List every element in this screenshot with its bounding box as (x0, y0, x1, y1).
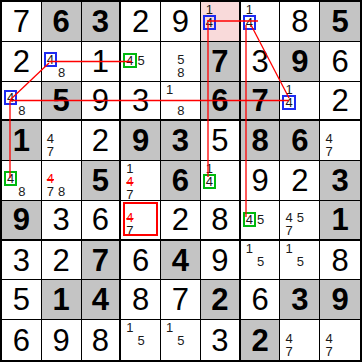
given-digit: 4 (92, 284, 109, 315)
solved-digit: 2 (53, 245, 70, 276)
candidate-1: 1 (164, 321, 175, 334)
given-digit: 3 (291, 284, 308, 315)
candidate-5: 5 (136, 54, 147, 67)
candidate-8: 8 (16, 104, 27, 117)
candidate-grid: 15 (164, 321, 198, 358)
candidate-grid: 45 (244, 202, 278, 237)
candidate-4-boxed-blue: 4 (45, 53, 56, 66)
cell-r8c8[interactable]: 3 (280, 280, 320, 320)
given-digit: 1 (331, 204, 348, 235)
candidate-grid: 15 (124, 321, 158, 358)
given-digit: 8 (251, 125, 268, 156)
solved-digit: 3 (53, 204, 70, 235)
candidate-7: 7 (45, 145, 56, 158)
given-digit: 7 (251, 85, 268, 116)
cell-r1c6[interactable]: 14 (201, 2, 241, 42)
solved-digit: 5 (211, 125, 228, 156)
given-digit: 1 (13, 125, 30, 156)
cell-r8c9[interactable]: 9 (320, 280, 360, 320)
candidate-grid: 15 (283, 242, 317, 278)
cell-r4c4[interactable]: 9 (121, 121, 161, 161)
given-digit: 9 (13, 204, 30, 235)
cell-r1c2[interactable]: 6 (42, 2, 82, 42)
cell-r1c8[interactable]: 8 (280, 2, 320, 42)
solved-digit: 1 (92, 46, 109, 77)
solved-digit: 6 (251, 284, 268, 315)
cell-r9c1[interactable]: 6 (2, 320, 42, 360)
cell-r3c8[interactable]: 14 (280, 82, 320, 122)
cell-r4c1[interactable]: 1 (2, 121, 42, 161)
candidate-grid: 478 (45, 162, 79, 198)
candidate-grid: 47 (45, 122, 79, 158)
candidate-5: 5 (295, 255, 306, 268)
candidate-grid: 14 (204, 3, 237, 39)
candidate-4-boxed-blue: 4 (244, 16, 255, 29)
cell-r2c3[interactable]: 1 (82, 42, 122, 82)
cell-r3c1[interactable]: 48 (2, 82, 42, 122)
given-digit: 2 (251, 325, 268, 356)
cell-r5c1[interactable]: 48 (2, 161, 42, 201)
cell-r2c4[interactable]: 45 (121, 42, 161, 82)
candidate-grid: 47 (124, 202, 158, 237)
candidate-8: 8 (56, 66, 67, 79)
solved-digit: 7 (13, 6, 30, 37)
cell-r4c9[interactable]: 47 (320, 121, 360, 161)
candidate-5: 5 (255, 213, 266, 226)
solved-digit: 2 (13, 46, 30, 77)
cell-r3c4[interactable]: 3 (121, 82, 161, 122)
cell-r8c4[interactable]: 8 (121, 280, 161, 320)
cell-r5c5[interactable]: 6 (161, 161, 201, 201)
candidate-8: 8 (175, 66, 186, 79)
cell-r9c8[interactable]: 47 (280, 320, 320, 360)
cell-r7c9[interactable]: 8 (320, 241, 360, 281)
solved-digit: 9 (251, 165, 268, 196)
candidate-grid: 45 (124, 43, 158, 79)
cell-r3c3[interactable]: 9 (82, 82, 122, 122)
solved-digit: 7 (172, 284, 189, 315)
candidate-grid: 15 (244, 242, 278, 278)
cell-r4c7[interactable]: 8 (241, 121, 281, 161)
cell-r5c8[interactable]: 2 (280, 161, 320, 201)
given-digit: 9 (291, 46, 308, 77)
given-digit: 3 (331, 165, 348, 196)
solved-digit: 9 (92, 85, 109, 116)
candidate-7: 7 (124, 224, 135, 237)
candidate-grid: 47 (283, 321, 317, 358)
cell-r7c3[interactable]: 7 (82, 241, 122, 281)
given-digit: 4 (172, 245, 189, 276)
cell-r6c8[interactable]: 457 (280, 201, 320, 241)
candidate-1: 1 (244, 242, 255, 255)
given-digit: 1 (53, 284, 70, 315)
given-digit: 2 (211, 284, 228, 315)
sudoku-app: 7632914148524814558739648593186714214729… (0, 0, 362, 362)
cell-r9c6[interactable]: 3 (201, 320, 241, 360)
given-digit: 6 (211, 85, 228, 116)
cell-r5c9[interactable]: 3 (320, 161, 360, 201)
cell-r2c2[interactable]: 48 (42, 42, 82, 82)
candidate-grid: 14 (204, 162, 237, 198)
cell-r1c1[interactable]: 7 (2, 2, 42, 42)
cell-r5c6[interactable]: 14 (201, 161, 241, 201)
candidate-grid: 58 (164, 43, 198, 79)
solved-digit: 6 (132, 245, 149, 276)
solved-digit: 5 (13, 284, 30, 315)
candidate-4-boxed-green: 4 (244, 213, 255, 226)
candidate-grid: 147 (124, 162, 158, 198)
solved-digit: 6 (13, 325, 30, 356)
cell-r8c7[interactable]: 6 (241, 280, 281, 320)
candidate-7: 7 (323, 145, 335, 158)
cell-r7c1[interactable]: 3 (2, 241, 42, 281)
candidate-7: 7 (323, 345, 335, 358)
candidate-1: 1 (164, 83, 175, 96)
cell-r6c3[interactable]: 6 (82, 201, 122, 241)
solved-digit: 8 (92, 325, 109, 356)
candidate-7: 7 (124, 188, 135, 201)
solved-digit: 6 (92, 204, 109, 235)
candidate-grid: 457 (283, 202, 317, 237)
cell-r1c3[interactable]: 3 (82, 2, 122, 42)
cell-r1c5[interactable]: 9 (161, 2, 201, 42)
candidate-1: 1 (283, 83, 294, 96)
cell-r2c6[interactable]: 7 (201, 42, 241, 82)
candidate-5: 5 (175, 53, 186, 66)
cell-r9c4[interactable]: 15 (121, 320, 161, 360)
cell-r6c7[interactable]: 45 (241, 201, 281, 241)
candidate-4-boxed-green: 4 (204, 175, 215, 188)
solved-digit: 6 (331, 46, 348, 77)
solved-digit: 8 (331, 245, 348, 276)
cell-r7c7[interactable]: 15 (241, 241, 281, 281)
solved-digit: 9 (172, 6, 189, 37)
solved-digit: 3 (13, 245, 30, 276)
cell-r6c2[interactable]: 3 (42, 201, 82, 241)
cell-r9c3[interactable]: 8 (82, 320, 122, 360)
solved-digit: 2 (92, 125, 109, 156)
candidate-grid: 14 (244, 3, 278, 39)
cell-r4c3[interactable]: 2 (82, 121, 122, 161)
cell-r4c6[interactable]: 5 (201, 121, 241, 161)
candidate-7: 7 (45, 185, 56, 198)
candidate-4: 4 (283, 211, 294, 224)
cell-r5c3[interactable]: 5 (82, 161, 122, 201)
sudoku-board: 7632914148524814558739648593186714214729… (0, 0, 362, 362)
candidate-grid: 18 (164, 83, 198, 118)
cell-r3c6[interactable]: 6 (201, 82, 241, 122)
solved-digit: 3 (251, 46, 268, 77)
cell-r7c6[interactable]: 9 (201, 241, 241, 281)
cell-r6c4[interactable]: 47 (121, 201, 161, 241)
cell-r9c9[interactable]: 47 (320, 320, 360, 360)
given-digit: 6 (53, 6, 70, 37)
cell-r4c8[interactable]: 6 (280, 121, 320, 161)
cell-r5c4[interactable]: 147 (121, 161, 161, 201)
candidate-4-struck: 4 (124, 211, 135, 224)
given-digit: 9 (331, 284, 348, 315)
candidate-8: 8 (16, 185, 27, 198)
cell-r5c7[interactable]: 9 (241, 161, 281, 201)
candidate-8: 8 (56, 185, 67, 198)
candidate-grid: 48 (5, 83, 39, 118)
cell-r3c5[interactable]: 18 (161, 82, 201, 122)
candidate-4-boxed-blue: 4 (204, 16, 215, 29)
cell-r8c6[interactable]: 2 (201, 280, 241, 320)
solved-digit: 8 (211, 204, 228, 235)
candidate-7: 7 (283, 224, 294, 237)
cell-r7c2[interactable]: 2 (42, 241, 82, 281)
solved-digit: 9 (211, 245, 228, 276)
cell-r9c2[interactable]: 9 (42, 320, 82, 360)
given-digit: 6 (291, 125, 308, 156)
solved-digit: 8 (132, 284, 149, 315)
candidate-5: 5 (295, 211, 306, 224)
candidate-grid: 48 (45, 43, 79, 79)
cell-r1c4[interactable]: 2 (121, 2, 161, 42)
given-digit: 5 (92, 165, 109, 196)
cell-r6c6[interactable]: 8 (201, 201, 241, 241)
solved-digit: 3 (211, 325, 228, 356)
candidate-5: 5 (136, 334, 147, 347)
given-digit: 5 (53, 85, 70, 116)
candidate-4-boxed-blue: 4 (283, 96, 294, 109)
cell-r5c2[interactable]: 478 (42, 161, 82, 201)
cell-r7c5[interactable]: 4 (161, 241, 201, 281)
solved-digit: 2 (132, 6, 149, 37)
candidate-grid: 47 (323, 321, 358, 358)
cell-r2c5[interactable]: 58 (161, 42, 201, 82)
candidate-4-boxed-green: 4 (5, 172, 16, 185)
candidate-7: 7 (283, 345, 294, 358)
given-digit: 5 (331, 6, 348, 37)
candidate-5: 5 (255, 255, 266, 268)
candidate-5: 5 (175, 334, 186, 347)
cell-r2c7[interactable]: 3 (241, 42, 281, 82)
cell-r2c1[interactable]: 2 (2, 42, 42, 82)
candidate-grid: 14 (283, 83, 317, 118)
cell-r9c5[interactable]: 15 (161, 320, 201, 360)
cell-r7c4[interactable]: 6 (121, 241, 161, 281)
cell-r3c2[interactable]: 5 (42, 82, 82, 122)
cell-r6c9[interactable]: 1 (320, 201, 360, 241)
candidate-grid: 48 (5, 162, 39, 198)
solved-digit: 2 (291, 165, 308, 196)
solved-digit: 2 (331, 85, 348, 116)
solved-digit: 8 (291, 6, 308, 37)
given-digit: 3 (92, 6, 109, 37)
cell-r8c1[interactable]: 5 (2, 280, 42, 320)
candidate-grid: 47 (323, 122, 358, 158)
cell-r8c3[interactable]: 4 (82, 280, 122, 320)
cell-r7c8[interactable]: 15 (280, 241, 320, 281)
candidate-8: 8 (175, 104, 186, 117)
candidate-1: 1 (283, 242, 294, 255)
cell-r1c7[interactable]: 14 (241, 2, 281, 42)
cell-r6c1[interactable]: 9 (2, 201, 42, 241)
cell-r2c8[interactable]: 9 (280, 42, 320, 82)
given-digit: 7 (211, 46, 228, 77)
cell-r4c5[interactable]: 3 (161, 121, 201, 161)
solved-digit: 9 (53, 325, 70, 356)
candidate-4-boxed-green: 4 (124, 54, 135, 67)
candidate-4-boxed-blue: 4 (5, 91, 16, 104)
cell-r8c5[interactable]: 7 (161, 280, 201, 320)
cell-r4c2[interactable]: 47 (42, 121, 82, 161)
candidate-1: 1 (124, 321, 135, 334)
given-digit: 6 (172, 165, 189, 196)
given-digit: 7 (92, 245, 109, 276)
cell-r6c5[interactable]: 2 (161, 201, 201, 241)
cell-r1c9[interactable]: 5 (320, 2, 360, 42)
candidate-4-struck: 4 (45, 172, 56, 185)
solved-digit: 3 (132, 85, 149, 116)
cell-r3c7[interactable]: 7 (241, 82, 281, 122)
cell-r2c9[interactable]: 6 (320, 42, 360, 82)
cell-r3c9[interactable]: 2 (320, 82, 360, 122)
given-digit: 3 (172, 125, 189, 156)
given-digit: 9 (132, 125, 149, 156)
solved-digit: 2 (172, 204, 189, 235)
cell-r9c7[interactable]: 2 (241, 320, 281, 360)
cell-r8c2[interactable]: 1 (42, 280, 82, 320)
